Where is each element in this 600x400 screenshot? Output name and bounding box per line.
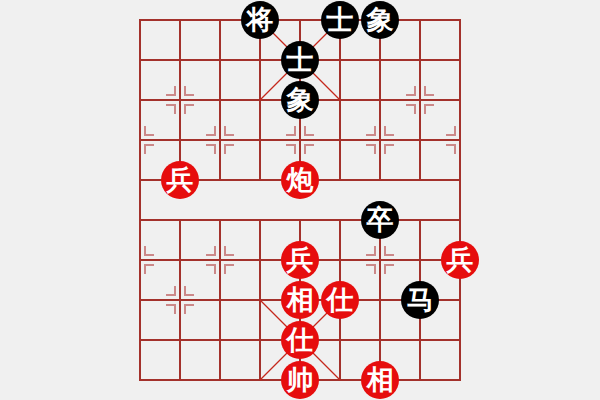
piece-glyph: 仕 <box>327 286 354 313</box>
piece-black-general[interactable]: 将 <box>241 1 279 39</box>
piece-black-horse[interactable]: 马 <box>401 281 439 319</box>
piece-glyph: 象 <box>367 6 394 33</box>
piece-red-elephant[interactable]: 相 <box>281 281 319 319</box>
piece-glyph: 帅 <box>287 366 314 393</box>
piece-black-advisor[interactable]: 士 <box>321 1 359 39</box>
piece-red-general[interactable]: 帅 <box>281 361 319 399</box>
piece-glyph: 仕 <box>287 326 314 353</box>
piece-red-advisor[interactable]: 仕 <box>281 321 319 359</box>
piece-black-advisor[interactable]: 士 <box>281 41 319 79</box>
piece-glyph: 士 <box>287 46 314 73</box>
piece-glyph: 象 <box>287 86 314 113</box>
piece-glyph: 相 <box>287 286 314 313</box>
xiangqi-app: 将士象士象兵炮卒兵兵相仕马仕帅相 <box>0 0 600 400</box>
piece-glyph: 将 <box>247 6 274 33</box>
piece-glyph: 士 <box>327 6 354 33</box>
piece-red-advisor[interactable]: 仕 <box>321 281 359 319</box>
piece-glyph: 马 <box>407 286 434 313</box>
piece-glyph: 炮 <box>287 166 314 193</box>
piece-red-cannon[interactable]: 炮 <box>281 161 319 199</box>
piece-black-soldier[interactable]: 卒 <box>361 201 399 239</box>
piece-red-soldier[interactable]: 兵 <box>281 241 319 279</box>
piece-black-elephant[interactable]: 象 <box>281 81 319 119</box>
piece-glyph: 卒 <box>367 206 394 233</box>
piece-glyph: 兵 <box>447 246 474 273</box>
piece-glyph: 兵 <box>167 166 194 193</box>
piece-glyph: 相 <box>367 366 394 393</box>
piece-red-elephant[interactable]: 相 <box>361 361 399 399</box>
piece-red-soldier[interactable]: 兵 <box>441 241 479 279</box>
piece-black-elephant[interactable]: 象 <box>361 1 399 39</box>
piece-red-soldier[interactable]: 兵 <box>161 161 199 199</box>
piece-glyph: 兵 <box>287 246 314 273</box>
xiangqi-board: 将士象士象兵炮卒兵兵相仕马仕帅相 <box>120 0 480 400</box>
